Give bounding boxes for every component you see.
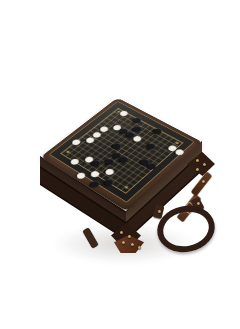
board-point xyxy=(179,137,186,141)
board-point xyxy=(112,105,125,114)
board-point xyxy=(97,133,111,142)
board-point xyxy=(104,128,117,137)
brass-stud xyxy=(196,159,199,162)
board-point: ● xyxy=(117,154,131,164)
board-point xyxy=(55,148,62,154)
white-stone: ● xyxy=(131,133,145,142)
board-point: ● xyxy=(82,154,96,164)
white-stone: ● xyxy=(111,122,124,131)
board-point xyxy=(146,171,160,182)
black-stone: ● xyxy=(103,176,117,187)
board-point xyxy=(95,172,109,182)
board-point xyxy=(124,190,139,201)
board-point xyxy=(109,181,124,192)
board-point xyxy=(90,139,104,148)
board-point xyxy=(96,162,110,172)
board-point: ● xyxy=(103,166,117,176)
black-stone: ● xyxy=(111,150,125,160)
board-point xyxy=(172,137,186,147)
board-point: ● xyxy=(173,147,187,157)
board-point xyxy=(144,123,157,132)
white-stone: ● xyxy=(70,137,84,146)
board-point xyxy=(124,109,130,112)
board-point xyxy=(124,121,137,130)
board-point xyxy=(112,105,119,110)
corner-ornament-icon: ✦ xyxy=(172,140,181,146)
black-stone: ● xyxy=(145,141,159,151)
brass-stud xyxy=(158,210,161,213)
board-point xyxy=(77,131,84,137)
black-stone: ● xyxy=(103,156,117,166)
board-point xyxy=(138,137,152,147)
black-stone: ● xyxy=(89,158,103,168)
board-point xyxy=(152,155,166,165)
board-point xyxy=(138,153,145,157)
board-point: ● xyxy=(102,177,116,188)
corner-ornament-icon: ✦ xyxy=(114,110,123,116)
board-point xyxy=(89,158,96,164)
board-point xyxy=(76,150,90,160)
board-point xyxy=(165,134,179,143)
board-point xyxy=(96,152,103,158)
board-point xyxy=(63,143,77,153)
board-point: ● xyxy=(70,137,84,146)
board-point xyxy=(104,147,118,157)
board-point xyxy=(145,157,152,161)
white-stone: ● xyxy=(103,166,117,176)
board-point xyxy=(105,110,112,115)
board-point xyxy=(158,126,165,130)
board-point xyxy=(131,112,138,115)
board-point xyxy=(158,126,165,130)
board-point xyxy=(104,147,111,153)
board-point: ● xyxy=(103,156,117,166)
board-point: ● xyxy=(131,124,144,133)
board-point xyxy=(145,132,159,141)
board-point xyxy=(91,121,98,126)
board-point xyxy=(82,164,96,174)
board-point xyxy=(104,133,111,137)
white-stone: ● xyxy=(84,135,98,144)
board-point: ● xyxy=(124,130,137,139)
board-point: ● xyxy=(118,109,131,118)
board-point: ● xyxy=(145,161,159,171)
board-point xyxy=(117,135,124,141)
board-point xyxy=(110,170,124,180)
brass-stud xyxy=(196,168,199,171)
board-point xyxy=(158,126,165,130)
board-point: ● xyxy=(145,141,159,151)
board-point xyxy=(166,153,180,163)
corner-ornament-icon: ✦ xyxy=(63,149,72,155)
board-point xyxy=(124,169,138,179)
board-point xyxy=(117,175,131,186)
board-point xyxy=(131,153,145,163)
board-point xyxy=(131,173,145,184)
board-point: ● xyxy=(111,123,124,132)
board-point xyxy=(172,134,179,138)
board-point xyxy=(131,112,138,115)
board-point xyxy=(152,135,166,144)
board-point xyxy=(138,115,145,119)
board-point xyxy=(63,143,70,149)
board-point: ● xyxy=(151,126,164,135)
brass-stud xyxy=(197,202,200,205)
product-photo: ✦ ✦ ✦ ✦ ●●●●●●●●●●●●●●●●●●●●●●●●●●●●● xyxy=(0,0,240,329)
board-point xyxy=(152,161,159,165)
board-point: ● xyxy=(131,133,145,142)
board-point xyxy=(179,137,186,141)
white-stone: ● xyxy=(69,156,83,166)
board-point xyxy=(111,137,118,141)
board-point xyxy=(98,115,111,124)
board-point xyxy=(138,115,145,119)
board-point xyxy=(138,128,151,137)
white-stone: ● xyxy=(91,129,104,138)
white-stone: ● xyxy=(89,168,103,178)
board-point xyxy=(159,139,173,149)
board-point xyxy=(144,119,151,123)
board-point xyxy=(55,148,69,158)
board-point xyxy=(124,149,138,159)
board-point: ● xyxy=(68,156,82,166)
board-point xyxy=(172,134,179,138)
board-point xyxy=(139,177,153,188)
board-point xyxy=(118,105,124,108)
board-point xyxy=(96,152,110,162)
board-point xyxy=(151,123,158,127)
board-point xyxy=(90,148,104,158)
board-point xyxy=(111,114,124,123)
board-point: ● xyxy=(89,168,103,178)
black-stone: ● xyxy=(118,126,131,135)
board-point xyxy=(77,141,91,151)
board-point xyxy=(104,137,118,146)
board-point xyxy=(110,160,124,170)
board-point xyxy=(105,110,118,119)
board-point xyxy=(172,134,179,138)
board-point xyxy=(91,126,97,130)
board-point xyxy=(84,126,91,131)
board-point xyxy=(158,130,172,139)
board-point xyxy=(62,152,76,162)
board-point xyxy=(117,135,131,144)
black-stone: ● xyxy=(146,160,160,170)
board-point xyxy=(158,126,165,130)
board-point xyxy=(117,164,131,174)
board-point xyxy=(179,137,186,141)
board-point xyxy=(118,105,124,108)
board-point: ● xyxy=(84,135,98,144)
black-stone: ● xyxy=(111,141,125,151)
board-point xyxy=(75,160,89,170)
board-point xyxy=(138,115,145,119)
board-point xyxy=(131,143,145,153)
board-point xyxy=(105,119,118,128)
board-point xyxy=(98,115,105,120)
board-point xyxy=(138,147,152,157)
board-point: ● xyxy=(110,150,124,160)
board-point xyxy=(151,123,158,127)
board-point xyxy=(124,109,130,112)
board-point xyxy=(83,145,97,155)
board-point xyxy=(98,130,105,134)
board-point: ● xyxy=(98,124,111,133)
board-point xyxy=(124,179,139,190)
board-point: ● xyxy=(118,126,131,135)
board-point xyxy=(124,158,138,168)
board-point xyxy=(118,105,124,108)
board-point xyxy=(165,130,172,134)
brass-stud xyxy=(120,231,123,234)
board-point: ● xyxy=(111,141,125,151)
board-point xyxy=(124,145,131,149)
brass-stud xyxy=(203,163,206,166)
board-point xyxy=(118,117,131,126)
board-point: ● xyxy=(138,157,152,167)
white-stone: ● xyxy=(166,143,180,153)
board-point xyxy=(124,109,130,112)
board-point xyxy=(97,143,111,153)
board-point xyxy=(131,149,138,153)
brass-stud xyxy=(138,246,141,249)
board-point xyxy=(131,112,138,115)
board-point xyxy=(124,130,131,136)
brass-stud xyxy=(128,235,131,238)
white-stone: ● xyxy=(83,154,97,164)
board-point xyxy=(165,130,172,134)
board-point xyxy=(159,149,173,159)
board-point xyxy=(144,119,151,123)
white-stone: ● xyxy=(98,124,111,133)
board-point xyxy=(117,185,132,196)
board-point xyxy=(138,167,152,177)
board-point xyxy=(124,112,137,121)
board-point xyxy=(144,119,151,123)
board-point: ● xyxy=(89,158,103,168)
corner-ornament-icon: ✦ xyxy=(121,184,131,191)
board-point xyxy=(144,119,151,123)
brass-stud xyxy=(122,241,125,244)
brass-stud xyxy=(202,180,205,183)
board-point xyxy=(124,139,138,149)
board-point xyxy=(179,137,186,141)
brass-stud xyxy=(131,243,134,246)
board-point xyxy=(131,162,145,172)
board-point xyxy=(145,151,159,161)
board-point xyxy=(69,146,83,156)
black-stone: ● xyxy=(131,124,144,133)
board-point xyxy=(118,105,124,108)
board-point xyxy=(111,132,125,141)
black-stone: ● xyxy=(139,156,153,166)
board-point xyxy=(77,131,90,140)
board-point xyxy=(172,134,179,138)
board-point xyxy=(165,130,172,134)
board-point xyxy=(160,159,174,169)
black-stone: ● xyxy=(131,115,144,124)
board-point xyxy=(117,141,124,145)
board-point xyxy=(151,123,158,127)
board-point xyxy=(152,145,166,155)
black-stone: ● xyxy=(118,154,132,164)
board-point xyxy=(131,112,138,115)
board-point xyxy=(84,126,97,135)
board-point xyxy=(82,164,89,170)
board-point xyxy=(138,119,151,128)
board-point xyxy=(124,109,130,112)
board-point xyxy=(117,145,131,155)
board-point xyxy=(131,183,146,194)
black-stone: ● xyxy=(152,126,165,135)
board-point: ● xyxy=(131,115,144,124)
board-point xyxy=(131,124,138,129)
board-point: ● xyxy=(91,130,104,139)
white-stone: ● xyxy=(118,108,131,117)
board-point xyxy=(111,141,118,147)
white-stone: ● xyxy=(173,147,187,157)
board-point xyxy=(138,119,145,124)
board-point xyxy=(70,137,77,143)
board-point xyxy=(91,121,104,130)
board-point xyxy=(153,165,167,175)
black-stone: ● xyxy=(125,130,138,139)
board-point xyxy=(165,130,172,134)
board-point xyxy=(151,123,158,127)
board-point xyxy=(138,115,145,119)
board-point: ● xyxy=(166,143,180,153)
